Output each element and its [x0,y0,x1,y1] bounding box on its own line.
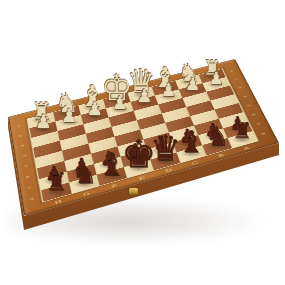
brass-clasp [129,188,138,195]
chess-set-photo: HGFEDCBA1234567812345678 ♜♞♝♚♛♝♞♜♟♟♟♟♟♟♟… [0,0,285,285]
